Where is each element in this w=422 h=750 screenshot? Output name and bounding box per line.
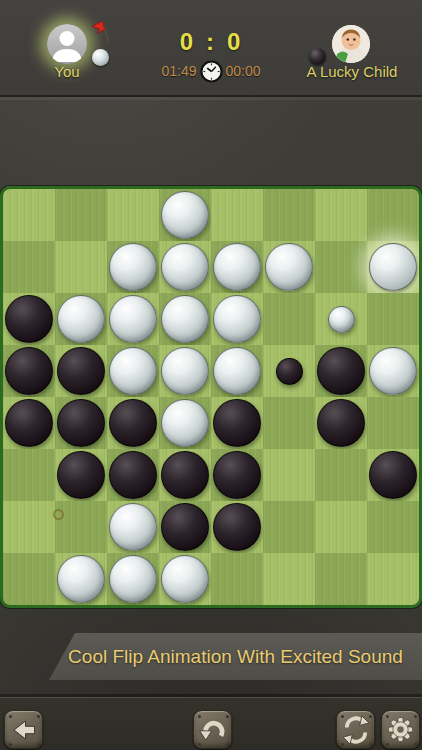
piece-black bbox=[57, 451, 105, 499]
opponent-avatar[interactable] bbox=[332, 25, 370, 63]
button-rivets bbox=[341, 715, 344, 718]
piece-white bbox=[213, 243, 261, 291]
score-left: 0 bbox=[180, 28, 193, 56]
piece-white bbox=[57, 555, 105, 603]
board-cell[interactable] bbox=[263, 293, 315, 345]
piece-white bbox=[265, 243, 313, 291]
piece-white-small bbox=[328, 306, 355, 333]
left-timer: 01:49 bbox=[161, 63, 196, 79]
board-cell[interactable] bbox=[3, 449, 55, 501]
board-cell[interactable] bbox=[107, 449, 159, 501]
undo-button[interactable] bbox=[193, 710, 232, 749]
piece-white bbox=[369, 243, 417, 291]
board-cell[interactable] bbox=[159, 449, 211, 501]
board-cell[interactable] bbox=[55, 553, 107, 605]
board-cell[interactable] bbox=[3, 553, 55, 605]
board-cell[interactable] bbox=[3, 397, 55, 449]
piece-white bbox=[213, 295, 261, 343]
board-cell[interactable] bbox=[211, 449, 263, 501]
piece-black bbox=[57, 399, 105, 447]
board-cell[interactable] bbox=[159, 241, 211, 293]
board-cell[interactable] bbox=[159, 553, 211, 605]
board-cell[interactable] bbox=[159, 293, 211, 345]
undo-icon bbox=[198, 715, 228, 745]
board-cell[interactable] bbox=[107, 397, 159, 449]
board-cell[interactable] bbox=[367, 553, 419, 605]
board-cell[interactable] bbox=[107, 345, 159, 397]
board-cell[interactable] bbox=[211, 553, 263, 605]
toolbar bbox=[0, 697, 422, 750]
board-cell[interactable] bbox=[55, 189, 107, 241]
board-cell[interactable] bbox=[211, 189, 263, 241]
back-button[interactable] bbox=[4, 710, 43, 749]
piece-black bbox=[5, 295, 53, 343]
piece-white bbox=[57, 295, 105, 343]
piece-black bbox=[109, 399, 157, 447]
board bbox=[0, 186, 422, 608]
piece-white bbox=[109, 555, 157, 603]
board-cell[interactable] bbox=[55, 293, 107, 345]
piece-black bbox=[5, 399, 53, 447]
board-cell[interactable] bbox=[367, 345, 419, 397]
piece-black bbox=[213, 451, 261, 499]
othello-app-screen: You 0 : 0 01:49 00:00 bbox=[0, 0, 422, 750]
board-cell[interactable] bbox=[159, 501, 211, 553]
board-cell[interactable] bbox=[55, 501, 107, 553]
wood-knot bbox=[53, 509, 64, 520]
board-cell[interactable] bbox=[315, 397, 367, 449]
board-cell[interactable] bbox=[315, 449, 367, 501]
board-cell[interactable] bbox=[315, 241, 367, 293]
board-cell[interactable] bbox=[55, 449, 107, 501]
gear-icon bbox=[386, 715, 415, 744]
board-cell[interactable] bbox=[315, 501, 367, 553]
board-cell[interactable] bbox=[263, 449, 315, 501]
score-separator: : bbox=[206, 28, 214, 56]
piece-white bbox=[213, 347, 261, 395]
board-cell[interactable] bbox=[3, 189, 55, 241]
board-cell[interactable] bbox=[3, 345, 55, 397]
board-cell[interactable] bbox=[159, 189, 211, 241]
piece-white bbox=[161, 555, 209, 603]
piece-white bbox=[161, 243, 209, 291]
piece-black bbox=[5, 347, 53, 395]
piece-white bbox=[109, 243, 157, 291]
baby-photo bbox=[332, 25, 370, 63]
piece-black bbox=[213, 503, 261, 551]
board-cell[interactable] bbox=[367, 189, 419, 241]
board-cell[interactable] bbox=[3, 241, 55, 293]
board-cell[interactable] bbox=[107, 189, 159, 241]
piece-white bbox=[161, 347, 209, 395]
back-icon bbox=[11, 717, 37, 743]
board-cell[interactable] bbox=[315, 293, 367, 345]
piece-white bbox=[161, 295, 209, 343]
board-cell[interactable] bbox=[211, 241, 263, 293]
board-cell[interactable] bbox=[211, 345, 263, 397]
piece-black bbox=[317, 347, 365, 395]
turn-flag-icon bbox=[90, 20, 113, 47]
right-timer: 00:00 bbox=[226, 63, 261, 79]
person-silhouette-icon bbox=[47, 24, 87, 64]
piece-black-small bbox=[276, 358, 303, 385]
board-cell[interactable] bbox=[367, 449, 419, 501]
board-cell[interactable] bbox=[107, 241, 159, 293]
piece-white bbox=[161, 191, 209, 239]
piece-black bbox=[161, 451, 209, 499]
header: You 0 : 0 01:49 00:00 bbox=[0, 0, 422, 97]
board-cell[interactable] bbox=[367, 241, 419, 293]
board-cell[interactable] bbox=[263, 397, 315, 449]
board-cell[interactable] bbox=[159, 397, 211, 449]
piece-white bbox=[109, 347, 157, 395]
board-cell[interactable] bbox=[315, 345, 367, 397]
piece-white bbox=[161, 399, 209, 447]
right-player-name: A Lucky Child bbox=[292, 63, 412, 80]
board-cell[interactable] bbox=[315, 189, 367, 241]
score-display: 0 : 0 bbox=[158, 28, 262, 56]
board-cell[interactable] bbox=[263, 345, 315, 397]
sync-icon bbox=[341, 715, 371, 745]
you-avatar[interactable] bbox=[47, 24, 87, 64]
board-cell[interactable] bbox=[367, 397, 419, 449]
timer-display: 01:49 00:00 bbox=[152, 59, 270, 83]
board-cell[interactable] bbox=[3, 501, 55, 553]
left-player-name: You bbox=[27, 63, 107, 80]
board-cell[interactable] bbox=[107, 553, 159, 605]
piece-black bbox=[213, 399, 261, 447]
board-cell[interactable] bbox=[263, 189, 315, 241]
board-cell[interactable] bbox=[55, 397, 107, 449]
board-cell[interactable] bbox=[107, 501, 159, 553]
board-cell[interactable] bbox=[211, 293, 263, 345]
piece-black bbox=[369, 451, 417, 499]
board-cell[interactable] bbox=[3, 293, 55, 345]
board-cell[interactable] bbox=[263, 553, 315, 605]
board-cell[interactable] bbox=[107, 293, 159, 345]
piece-white bbox=[369, 347, 417, 395]
board-cell[interactable] bbox=[55, 345, 107, 397]
board-cell[interactable] bbox=[263, 241, 315, 293]
promo-banner: Cool Flip Animation With Excited Sound bbox=[49, 633, 422, 680]
board-cell[interactable] bbox=[367, 293, 419, 345]
banner-text: Cool Flip Animation With Excited Sound bbox=[68, 646, 403, 668]
piece-black bbox=[161, 503, 209, 551]
clock-icon bbox=[200, 60, 223, 83]
board-cell[interactable] bbox=[367, 501, 419, 553]
board-cell[interactable] bbox=[315, 553, 367, 605]
piece-black bbox=[317, 399, 365, 447]
piece-black bbox=[57, 347, 105, 395]
button-rivets bbox=[386, 715, 389, 718]
board-cell[interactable] bbox=[55, 241, 107, 293]
piece-black bbox=[109, 451, 157, 499]
button-rivets bbox=[198, 715, 201, 718]
piece-white bbox=[109, 295, 157, 343]
piece-white bbox=[109, 503, 157, 551]
score-right: 0 bbox=[227, 28, 240, 56]
sync-button[interactable] bbox=[336, 710, 375, 749]
board-cell[interactable] bbox=[263, 501, 315, 553]
board-cell[interactable] bbox=[211, 397, 263, 449]
settings-button[interactable] bbox=[381, 710, 420, 749]
board-cell[interactable] bbox=[159, 345, 211, 397]
board-cell[interactable] bbox=[211, 501, 263, 553]
button-rivets bbox=[9, 715, 12, 718]
